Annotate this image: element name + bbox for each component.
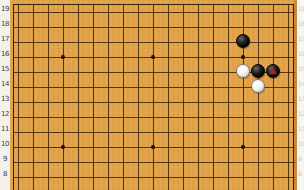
row-label-right: 19 (298, 4, 304, 13)
row-label-right: 15 (298, 64, 304, 73)
row-label-right: 14 (298, 79, 304, 88)
row-label-left: 12 (0, 109, 10, 119)
grid-line-horizontal (14, 132, 295, 133)
star-point (241, 145, 244, 148)
row-label-left: 11 (0, 124, 10, 134)
row-label-left: 18 (0, 19, 10, 29)
grid-line-horizontal (14, 42, 295, 43)
star-point (61, 55, 64, 58)
row-label-left: 14 (0, 79, 10, 89)
left-coordinate-column: 1918171615141312111098 (0, 0, 10, 190)
grid-line-horizontal (14, 102, 295, 103)
star-point (241, 55, 244, 58)
row-label-left: 15 (0, 64, 10, 74)
right-coordinate-column: 1918171615141312111098 (297, 0, 304, 190)
star-point (151, 55, 154, 58)
grid-line-horizontal (14, 27, 295, 28)
row-label-left: 10 (0, 139, 10, 149)
row-label-right: 11 (298, 124, 304, 133)
row-label-right: 18 (298, 19, 304, 28)
row-label-right: 8 (298, 169, 302, 178)
grid-line-horizontal (14, 117, 295, 118)
go-board[interactable] (10, 0, 297, 190)
row-label-left: 19 (0, 4, 10, 14)
row-label-left: 8 (0, 169, 10, 179)
row-label-right: 16 (298, 49, 304, 58)
grid-line-horizontal (14, 162, 295, 163)
row-label-left: 17 (0, 34, 10, 44)
row-label-right: 12 (298, 109, 304, 118)
row-label-right: 13 (298, 94, 304, 103)
row-label-right: 10 (298, 139, 304, 148)
row-label-left: 13 (0, 94, 10, 104)
star-point (61, 145, 64, 148)
go-board-screenshot: 1918171615141312111098 19181716151413121… (0, 0, 304, 190)
last-move-marker-triangle (269, 67, 277, 74)
grid-line-horizontal (14, 177, 295, 178)
row-label-left: 9 (0, 154, 10, 164)
grid-line-horizontal (14, 12, 295, 13)
row-label-left: 16 (0, 49, 10, 59)
star-point (151, 145, 154, 148)
row-label-right: 17 (298, 34, 304, 43)
row-label-right: 9 (298, 154, 302, 163)
